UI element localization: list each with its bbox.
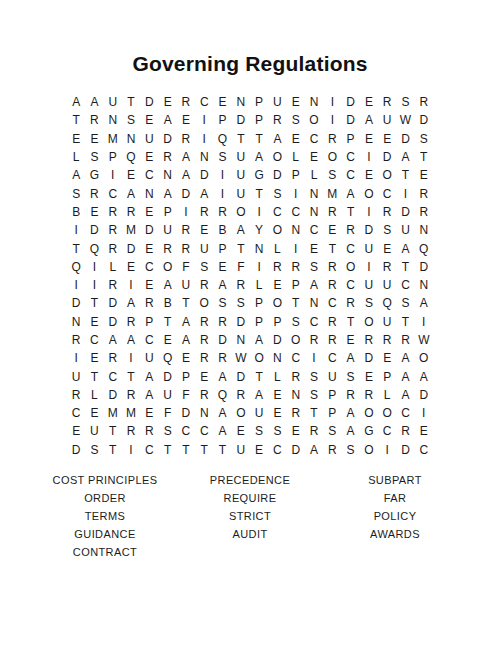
grid-cell[interactable]: B <box>213 221 231 239</box>
grid-cell[interactable]: R <box>232 276 250 294</box>
grid-cell[interactable]: W <box>232 349 250 367</box>
grid-cell[interactable]: A <box>232 221 250 239</box>
grid-cell[interactable]: D <box>415 386 433 404</box>
grid-cell[interactable]: O <box>360 313 378 331</box>
grid-cell[interactable]: D <box>177 404 195 422</box>
grid-cell[interactable]: O <box>341 258 359 276</box>
grid-cell[interactable]: R <box>287 367 305 385</box>
grid-cell[interactable]: U <box>104 93 122 111</box>
grid-cell[interactable]: E <box>85 203 103 221</box>
grid-cell[interactable]: R <box>67 331 85 349</box>
grid-cell[interactable]: A <box>341 422 359 440</box>
grid-cell[interactable]: T <box>396 166 414 184</box>
grid-cell[interactable]: R <box>177 239 195 257</box>
grid-cell[interactable]: T <box>250 130 268 148</box>
grid-cell[interactable]: D <box>158 367 176 385</box>
grid-cell[interactable]: A <box>268 130 286 148</box>
grid-cell[interactable]: O <box>268 294 286 312</box>
grid-cell[interactable]: R <box>122 386 140 404</box>
grid-cell[interactable]: E <box>268 404 286 422</box>
grid-cell[interactable]: E <box>378 130 396 148</box>
grid-cell[interactable]: T <box>305 404 323 422</box>
grid-cell[interactable]: R <box>104 239 122 257</box>
grid-cell[interactable]: A <box>213 404 231 422</box>
grid-cell[interactable]: W <box>396 111 414 129</box>
grid-cell[interactable]: Q <box>158 349 176 367</box>
grid-cell[interactable]: T <box>104 422 122 440</box>
grid-cell[interactable]: R <box>268 258 286 276</box>
grid-cell[interactable]: N <box>232 331 250 349</box>
grid-cell[interactable]: S <box>396 93 414 111</box>
grid-cell[interactable]: R <box>360 331 378 349</box>
grid-cell[interactable]: C <box>415 441 433 459</box>
grid-cell[interactable]: N <box>268 349 286 367</box>
grid-cell[interactable]: E <box>122 166 140 184</box>
grid-cell[interactable]: S <box>305 386 323 404</box>
grid-cell[interactable]: G <box>360 422 378 440</box>
grid-cell[interactable]: M <box>323 184 341 202</box>
grid-cell[interactable]: D <box>268 166 286 184</box>
grid-cell[interactable]: M <box>122 221 140 239</box>
grid-cell[interactable]: P <box>250 111 268 129</box>
grid-cell[interactable]: R <box>104 203 122 221</box>
grid-cell[interactable]: U <box>158 221 176 239</box>
grid-cell[interactable]: M <box>122 404 140 422</box>
grid-cell[interactable]: I <box>122 276 140 294</box>
grid-cell[interactable]: A <box>305 441 323 459</box>
grid-cell[interactable]: T <box>195 441 213 459</box>
grid-cell[interactable]: S <box>213 148 231 166</box>
grid-cell[interactable]: S <box>287 313 305 331</box>
grid-cell[interactable]: A <box>158 184 176 202</box>
grid-cell[interactable]: Q <box>378 294 396 312</box>
grid-cell[interactable]: R <box>140 294 158 312</box>
grid-cell[interactable]: C <box>396 276 414 294</box>
grid-cell[interactable]: R <box>415 184 433 202</box>
grid-cell[interactable]: O <box>415 349 433 367</box>
grid-cell[interactable]: A <box>177 313 195 331</box>
grid-cell[interactable]: D <box>396 130 414 148</box>
grid-cell[interactable]: D <box>232 313 250 331</box>
grid-cell[interactable]: N <box>305 184 323 202</box>
grid-cell[interactable]: R <box>177 130 195 148</box>
grid-cell[interactable]: U <box>232 166 250 184</box>
grid-cell[interactable]: L <box>85 386 103 404</box>
grid-cell[interactable]: R <box>323 276 341 294</box>
grid-cell[interactable]: D <box>396 203 414 221</box>
grid-cell[interactable]: P <box>213 111 231 129</box>
grid-cell[interactable]: L <box>268 239 286 257</box>
grid-cell[interactable]: S <box>158 422 176 440</box>
grid-cell[interactable]: T <box>158 441 176 459</box>
grid-cell[interactable]: A <box>341 404 359 422</box>
grid-cell[interactable]: I <box>305 349 323 367</box>
grid-cell[interactable]: Y <box>250 221 268 239</box>
grid-cell[interactable]: N <box>287 386 305 404</box>
grid-cell[interactable]: D <box>268 331 286 349</box>
grid-cell[interactable]: E <box>177 349 195 367</box>
grid-cell[interactable]: D <box>232 367 250 385</box>
grid-cell[interactable]: E <box>250 441 268 459</box>
grid-cell[interactable]: O <box>232 203 250 221</box>
grid-cell[interactable]: A <box>195 184 213 202</box>
grid-cell[interactable]: N <box>305 294 323 312</box>
grid-cell[interactable]: Q <box>213 130 231 148</box>
grid-cell[interactable]: E <box>158 331 176 349</box>
grid-cell[interactable]: N <box>158 166 176 184</box>
grid-cell[interactable]: R <box>287 258 305 276</box>
grid-cell[interactable]: R <box>396 422 414 440</box>
grid-cell[interactable]: S <box>268 184 286 202</box>
grid-cell[interactable]: C <box>140 331 158 349</box>
grid-cell[interactable]: S <box>85 148 103 166</box>
grid-cell[interactable]: I <box>85 276 103 294</box>
grid-cell[interactable]: D <box>287 441 305 459</box>
grid-cell[interactable]: U <box>378 313 396 331</box>
grid-cell[interactable]: E <box>158 93 176 111</box>
grid-cell[interactable]: R <box>323 130 341 148</box>
grid-cell[interactable]: A <box>396 239 414 257</box>
grid-cell[interactable]: U <box>396 221 414 239</box>
grid-cell[interactable]: P <box>250 93 268 111</box>
grid-cell[interactable]: R <box>213 203 231 221</box>
grid-cell[interactable]: F <box>177 386 195 404</box>
grid-cell[interactable]: C <box>140 441 158 459</box>
grid-cell[interactable]: A <box>396 386 414 404</box>
grid-cell[interactable]: E <box>360 166 378 184</box>
grid-cell[interactable]: R <box>122 422 140 440</box>
grid-cell[interactable]: I <box>415 404 433 422</box>
grid-cell[interactable]: E <box>305 148 323 166</box>
grid-cell[interactable]: R <box>305 331 323 349</box>
grid-cell[interactable]: A <box>250 386 268 404</box>
grid-cell[interactable]: D <box>85 221 103 239</box>
grid-cell[interactable]: W <box>415 331 433 349</box>
grid-cell[interactable]: S <box>195 258 213 276</box>
grid-cell[interactable]: T <box>396 313 414 331</box>
grid-cell[interactable]: T <box>250 367 268 385</box>
grid-cell[interactable]: R <box>195 276 213 294</box>
grid-cell[interactable]: U <box>378 111 396 129</box>
grid-cell[interactable]: T <box>158 313 176 331</box>
grid-cell[interactable]: C <box>287 203 305 221</box>
grid-cell[interactable]: L <box>287 148 305 166</box>
grid-cell[interactable]: O <box>360 404 378 422</box>
grid-cell[interactable]: O <box>268 221 286 239</box>
grid-cell[interactable]: E <box>268 276 286 294</box>
grid-cell[interactable]: E <box>323 221 341 239</box>
grid-cell[interactable]: R <box>195 386 213 404</box>
grid-cell[interactable]: C <box>341 276 359 294</box>
grid-cell[interactable]: R <box>140 422 158 440</box>
grid-cell[interactable]: E <box>140 404 158 422</box>
grid-cell[interactable]: A <box>396 367 414 385</box>
grid-cell[interactable]: R <box>396 331 414 349</box>
grid-cell[interactable]: I <box>122 441 140 459</box>
grid-cell[interactable]: Q <box>122 148 140 166</box>
grid-cell[interactable]: D <box>67 441 85 459</box>
grid-cell[interactable]: A <box>104 331 122 349</box>
grid-cell[interactable]: N <box>250 239 268 257</box>
grid-cell[interactable]: P <box>323 386 341 404</box>
grid-cell[interactable]: S <box>396 294 414 312</box>
grid-cell[interactable]: O <box>287 331 305 349</box>
grid-cell[interactable]: S <box>122 111 140 129</box>
grid-cell[interactable]: S <box>213 294 231 312</box>
grid-cell[interactable]: N <box>232 93 250 111</box>
grid-cell[interactable]: E <box>85 349 103 367</box>
grid-cell[interactable]: Q <box>67 258 85 276</box>
grid-cell[interactable]: S <box>323 166 341 184</box>
grid-cell[interactable]: T <box>67 239 85 257</box>
grid-cell[interactable]: P <box>323 404 341 422</box>
grid-cell[interactable]: R <box>341 221 359 239</box>
grid-cell[interactable]: E <box>177 111 195 129</box>
grid-cell[interactable]: C <box>268 441 286 459</box>
grid-cell[interactable]: R <box>415 203 433 221</box>
grid-cell[interactable]: A <box>360 111 378 129</box>
grid-cell[interactable]: A <box>158 111 176 129</box>
grid-cell[interactable]: C <box>67 404 85 422</box>
grid-cell[interactable]: R <box>213 313 231 331</box>
grid-cell[interactable]: R <box>323 258 341 276</box>
grid-cell[interactable]: F <box>177 258 195 276</box>
grid-cell[interactable]: A <box>67 166 85 184</box>
grid-cell[interactable]: F <box>232 258 250 276</box>
grid-cell[interactable]: C <box>378 184 396 202</box>
grid-cell[interactable]: B <box>67 203 85 221</box>
grid-cell[interactable]: S <box>85 441 103 459</box>
grid-cell[interactable]: T <box>67 111 85 129</box>
grid-cell[interactable]: N <box>305 203 323 221</box>
grid-cell[interactable]: T <box>341 203 359 221</box>
grid-cell[interactable]: A <box>250 148 268 166</box>
grid-cell[interactable]: E <box>415 166 433 184</box>
grid-cell[interactable]: C <box>341 166 359 184</box>
grid-cell[interactable]: I <box>213 184 231 202</box>
grid-cell[interactable]: L <box>250 276 268 294</box>
grid-cell[interactable]: C <box>378 422 396 440</box>
grid-cell[interactable]: D <box>67 294 85 312</box>
grid-cell[interactable]: S <box>378 221 396 239</box>
grid-cell[interactable]: R <box>122 313 140 331</box>
grid-cell[interactable]: R <box>177 93 195 111</box>
grid-cell[interactable]: I <box>122 349 140 367</box>
grid-cell[interactable]: C <box>104 367 122 385</box>
grid-cell[interactable]: C <box>305 130 323 148</box>
grid-cell[interactable]: A <box>415 367 433 385</box>
grid-cell[interactable]: O <box>195 294 213 312</box>
grid-cell[interactable]: A <box>341 184 359 202</box>
grid-cell[interactable]: E <box>122 258 140 276</box>
grid-cell[interactable]: T <box>177 294 195 312</box>
grid-cell[interactable]: O <box>232 404 250 422</box>
grid-cell[interactable]: T <box>341 313 359 331</box>
grid-cell[interactable]: A <box>415 294 433 312</box>
grid-cell[interactable]: E <box>360 93 378 111</box>
grid-cell[interactable]: D <box>232 111 250 129</box>
grid-cell[interactable]: A <box>213 367 231 385</box>
grid-cell[interactable]: R <box>305 422 323 440</box>
grid-cell[interactable]: B <box>158 294 176 312</box>
grid-cell[interactable]: N <box>67 313 85 331</box>
grid-cell[interactable]: U <box>232 184 250 202</box>
grid-cell[interactable]: D <box>104 294 122 312</box>
grid-cell[interactable]: T <box>85 294 103 312</box>
grid-cell[interactable]: N <box>287 221 305 239</box>
grid-cell[interactable]: C <box>323 349 341 367</box>
grid-cell[interactable]: F <box>158 404 176 422</box>
grid-cell[interactable]: S <box>341 441 359 459</box>
grid-cell[interactable]: R <box>378 331 396 349</box>
grid-cell[interactable]: S <box>305 367 323 385</box>
grid-cell[interactable]: I <box>195 130 213 148</box>
grid-cell[interactable]: E <box>140 203 158 221</box>
grid-cell[interactable]: A <box>85 93 103 111</box>
grid-cell[interactable]: U <box>177 276 195 294</box>
grid-cell[interactable]: E <box>140 148 158 166</box>
grid-cell[interactable]: A <box>122 331 140 349</box>
grid-cell[interactable]: O <box>305 111 323 129</box>
grid-cell[interactable]: C <box>177 422 195 440</box>
grid-cell[interactable]: I <box>360 258 378 276</box>
grid-cell[interactable]: E <box>287 93 305 111</box>
grid-cell[interactable]: L <box>67 148 85 166</box>
grid-cell[interactable]: T <box>232 130 250 148</box>
grid-cell[interactable]: M <box>104 130 122 148</box>
grid-cell[interactable]: R <box>104 276 122 294</box>
grid-cell[interactable]: I <box>67 276 85 294</box>
grid-cell[interactable]: I <box>85 258 103 276</box>
grid-cell[interactable]: R <box>415 93 433 111</box>
grid-cell[interactable]: R <box>323 331 341 349</box>
grid-cell[interactable]: O <box>268 148 286 166</box>
grid-cell[interactable]: P <box>158 203 176 221</box>
grid-cell[interactable]: Q <box>85 239 103 257</box>
grid-cell[interactable]: G <box>85 166 103 184</box>
grid-cell[interactable]: U <box>250 404 268 422</box>
grid-cell[interactable]: C <box>305 221 323 239</box>
grid-cell[interactable]: R <box>378 93 396 111</box>
grid-cell[interactable]: D <box>195 166 213 184</box>
grid-cell[interactable]: R <box>213 349 231 367</box>
grid-cell[interactable]: R <box>85 111 103 129</box>
grid-cell[interactable]: T <box>85 367 103 385</box>
grid-cell[interactable]: A <box>341 349 359 367</box>
grid-cell[interactable]: N <box>195 148 213 166</box>
grid-cell[interactable]: R <box>341 294 359 312</box>
grid-cell[interactable]: E <box>360 367 378 385</box>
grid-cell[interactable]: A <box>396 148 414 166</box>
grid-cell[interactable]: R <box>195 203 213 221</box>
grid-cell[interactable]: C <box>287 349 305 367</box>
grid-cell[interactable]: T <box>213 441 231 459</box>
grid-cell[interactable]: T <box>122 93 140 111</box>
grid-cell[interactable]: C <box>104 184 122 202</box>
grid-cell[interactable]: E <box>140 239 158 257</box>
grid-cell[interactable]: R <box>122 203 140 221</box>
grid-cell[interactable]: Q <box>213 386 231 404</box>
grid-cell[interactable]: U <box>360 239 378 257</box>
grid-cell[interactable]: E <box>67 422 85 440</box>
grid-cell[interactable]: R <box>195 313 213 331</box>
grid-cell[interactable]: R <box>104 221 122 239</box>
grid-cell[interactable]: D <box>378 148 396 166</box>
grid-cell[interactable]: U <box>232 148 250 166</box>
grid-cell[interactable]: T <box>415 148 433 166</box>
grid-cell[interactable]: E <box>213 93 231 111</box>
grid-cell[interactable]: E <box>378 239 396 257</box>
grid-cell[interactable]: R <box>341 386 359 404</box>
grid-cell[interactable]: O <box>323 148 341 166</box>
grid-cell[interactable]: A <box>140 367 158 385</box>
grid-cell[interactable]: P <box>177 367 195 385</box>
grid-cell[interactable]: I <box>250 203 268 221</box>
grid-cell[interactable]: L <box>104 258 122 276</box>
grid-cell[interactable]: T <box>396 258 414 276</box>
grid-cell[interactable]: I <box>67 349 85 367</box>
grid-cell[interactable]: C <box>195 93 213 111</box>
grid-cell[interactable]: A <box>305 276 323 294</box>
grid-cell[interactable]: R <box>360 386 378 404</box>
grid-cell[interactable]: E <box>85 404 103 422</box>
grid-cell[interactable]: P <box>140 313 158 331</box>
grid-cell[interactable]: D <box>158 130 176 148</box>
grid-cell[interactable]: E <box>195 221 213 239</box>
grid-cell[interactable]: E <box>67 130 85 148</box>
grid-cell[interactable]: O <box>250 349 268 367</box>
grid-cell[interactable]: S <box>232 294 250 312</box>
grid-cell[interactable]: R <box>378 203 396 221</box>
grid-cell[interactable]: D <box>396 441 414 459</box>
grid-cell[interactable]: L <box>268 367 286 385</box>
grid-cell[interactable]: E <box>232 422 250 440</box>
grid-cell[interactable]: P <box>250 294 268 312</box>
grid-cell[interactable]: U <box>195 239 213 257</box>
grid-cell[interactable]: T <box>287 294 305 312</box>
grid-cell[interactable]: U <box>378 276 396 294</box>
grid-cell[interactable]: E <box>213 258 231 276</box>
grid-cell[interactable]: T <box>104 441 122 459</box>
grid-cell[interactable]: N <box>415 221 433 239</box>
grid-cell[interactable]: I <box>67 221 85 239</box>
grid-cell[interactable]: T <box>323 239 341 257</box>
grid-cell[interactable]: E <box>360 130 378 148</box>
grid-cell[interactable]: E <box>287 130 305 148</box>
grid-cell[interactable]: A <box>177 331 195 349</box>
grid-cell[interactable]: S <box>268 422 286 440</box>
grid-cell[interactable]: E <box>415 422 433 440</box>
grid-cell[interactable]: R <box>268 111 286 129</box>
grid-cell[interactable]: O <box>360 184 378 202</box>
grid-cell[interactable]: P <box>213 239 231 257</box>
grid-cell[interactable]: I <box>396 184 414 202</box>
grid-cell[interactable]: N <box>122 130 140 148</box>
grid-cell[interactable]: D <box>341 93 359 111</box>
grid-cell[interactable]: U <box>140 130 158 148</box>
grid-cell[interactable]: P <box>378 367 396 385</box>
grid-cell[interactable]: U <box>360 276 378 294</box>
grid-cell[interactable]: S <box>305 258 323 276</box>
grid-cell[interactable]: C <box>195 422 213 440</box>
grid-cell[interactable]: D <box>415 258 433 276</box>
grid-cell[interactable]: N <box>140 184 158 202</box>
grid-cell[interactable]: E <box>341 331 359 349</box>
grid-cell[interactable]: R <box>177 221 195 239</box>
grid-cell[interactable]: P <box>104 148 122 166</box>
grid-cell[interactable]: E <box>195 367 213 385</box>
grid-cell[interactable]: T <box>177 441 195 459</box>
